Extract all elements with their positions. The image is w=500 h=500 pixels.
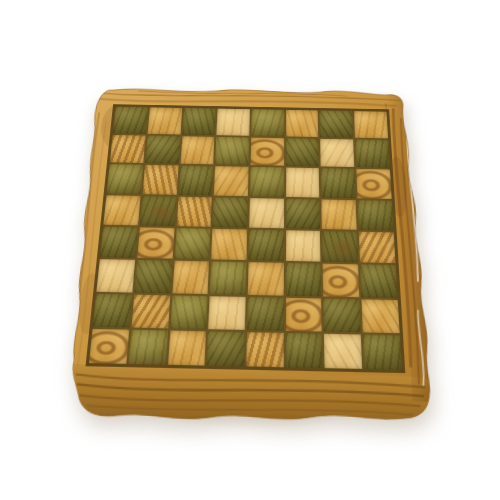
square-c3	[172, 261, 209, 294]
square-e5	[249, 198, 284, 229]
square-f4	[286, 230, 321, 262]
square-f5	[286, 199, 321, 230]
square-h2	[362, 299, 400, 333]
square-h5	[358, 200, 394, 231]
square-a5	[103, 195, 140, 225]
square-a3	[96, 259, 134, 292]
square-b6	[142, 165, 178, 194]
square-b4	[137, 227, 174, 259]
square-g6	[321, 169, 356, 198]
square-g3	[323, 264, 360, 297]
square-d2	[208, 296, 245, 330]
board-grid	[87, 105, 405, 372]
square-a1	[89, 329, 129, 364]
square-f3	[286, 263, 322, 296]
square-b2	[131, 294, 170, 328]
square-d7	[215, 137, 249, 165]
square-a6	[107, 165, 143, 194]
square-d1	[207, 331, 245, 366]
square-d6	[214, 167, 249, 196]
square-e3	[248, 262, 284, 295]
square-e1	[246, 332, 283, 367]
square-h1	[363, 334, 402, 370]
square-h7	[355, 140, 390, 168]
square-b3	[134, 260, 172, 293]
square-f7	[286, 138, 319, 166]
square-g8	[320, 110, 353, 138]
square-d8	[217, 108, 250, 135]
square-e7	[251, 138, 284, 166]
square-g1	[324, 334, 362, 369]
square-c5	[176, 196, 212, 226]
square-g5	[322, 199, 357, 230]
square-b7	[145, 136, 180, 164]
square-g7	[321, 139, 355, 167]
photo-scene	[0, 0, 500, 500]
square-f8	[286, 110, 319, 137]
square-h6	[356, 169, 391, 199]
square-d3	[210, 262, 247, 295]
square-f6	[286, 168, 320, 197]
square-g2	[324, 298, 361, 332]
square-a8	[113, 107, 148, 134]
square-c6	[178, 166, 213, 195]
square-b8	[147, 107, 181, 134]
square-f2	[286, 297, 323, 331]
square-e4	[249, 230, 284, 262]
square-e6	[250, 167, 284, 196]
square-d4	[211, 229, 247, 261]
square-c4	[174, 228, 210, 260]
square-b5	[140, 196, 176, 226]
square-f1	[286, 333, 323, 368]
square-c8	[182, 108, 216, 135]
square-e2	[247, 297, 284, 331]
square-d5	[213, 197, 248, 227]
square-c1	[168, 330, 207, 365]
chess-board	[46, 80, 444, 429]
square-a4	[100, 227, 138, 259]
square-h3	[360, 265, 397, 298]
square-a7	[110, 135, 146, 163]
square-b1	[128, 330, 167, 365]
square-g4	[322, 231, 358, 263]
square-h8	[354, 111, 388, 139]
square-a2	[93, 293, 132, 327]
square-c7	[180, 136, 214, 164]
square-c2	[170, 295, 208, 329]
square-e8	[251, 109, 284, 136]
square-h4	[359, 232, 396, 264]
